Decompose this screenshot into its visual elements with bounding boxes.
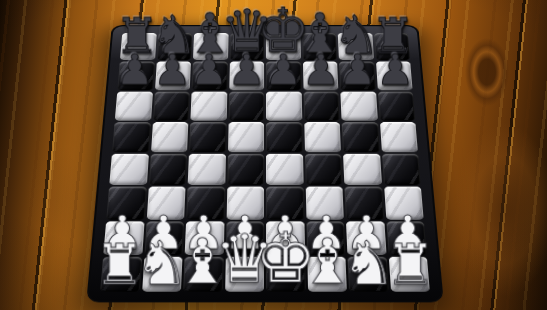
square-h1[interactable]: ♜ — [388, 257, 430, 292]
square-a1[interactable]: ♜ — [100, 257, 142, 292]
square-b5[interactable] — [151, 122, 189, 152]
square-e7[interactable]: ♟ — [266, 62, 301, 90]
square-b1[interactable]: ♞ — [142, 257, 183, 292]
square-g6[interactable] — [340, 91, 377, 120]
square-c4[interactable] — [188, 154, 226, 185]
square-f7[interactable]: ♟ — [302, 62, 338, 90]
piece-white-rook[interactable]: ♜ — [95, 238, 145, 291]
square-e6[interactable] — [266, 91, 302, 120]
square-d5[interactable] — [228, 122, 265, 152]
square-c5[interactable] — [189, 122, 226, 152]
square-g1[interactable]: ♞ — [348, 257, 389, 292]
square-f5[interactable] — [304, 122, 341, 152]
board-squares: ♜♞♝♛♚♝♞♜♟♟♟♟♟♟♟♟♟♟♟♟♟♟♟♟♜♞♝♛♚♝♞♜ — [100, 33, 430, 292]
square-f4[interactable] — [305, 154, 343, 185]
square-a7[interactable]: ♟ — [117, 62, 154, 90]
square-a4[interactable] — [109, 154, 148, 185]
square-d4[interactable] — [227, 154, 264, 185]
square-d6[interactable] — [228, 91, 264, 120]
piece-black-pawn[interactable]: ♟ — [302, 49, 340, 89]
piece-black-pawn[interactable]: ♟ — [376, 49, 414, 89]
piece-black-pawn[interactable]: ♟ — [227, 49, 265, 89]
square-b4[interactable] — [148, 154, 187, 185]
piece-black-pawn[interactable]: ♟ — [265, 49, 303, 89]
square-h4[interactable] — [382, 154, 421, 185]
square-e5[interactable] — [266, 122, 303, 152]
square-h6[interactable] — [377, 91, 415, 120]
piece-black-pawn[interactable]: ♟ — [339, 49, 377, 89]
square-c6[interactable] — [190, 91, 226, 120]
square-e4[interactable] — [266, 154, 303, 185]
square-g5[interactable] — [342, 122, 380, 152]
square-c1[interactable]: ♝ — [183, 257, 223, 292]
chess-board[interactable]: ♜♞♝♛♚♝♞♜♟♟♟♟♟♟♟♟♟♟♟♟♟♟♟♟♜♞♝♛♚♝♞♜ — [86, 25, 444, 302]
piece-black-pawn[interactable]: ♟ — [153, 49, 191, 89]
square-a6[interactable] — [115, 91, 153, 120]
piece-black-pawn[interactable]: ♟ — [116, 49, 154, 89]
square-b6[interactable] — [153, 91, 190, 120]
square-h5[interactable] — [379, 122, 417, 152]
square-f6[interactable] — [303, 91, 339, 120]
square-c7[interactable]: ♟ — [192, 62, 228, 90]
game-screen: ♜♞♝♛♚♝♞♜♟♟♟♟♟♟♟♟♟♟♟♟♟♟♟♟♜♞♝♛♚♝♞♜ — [0, 0, 547, 310]
square-g7[interactable]: ♟ — [339, 62, 375, 90]
square-h7[interactable]: ♟ — [376, 62, 413, 90]
piece-black-pawn[interactable]: ♟ — [190, 49, 228, 89]
square-b7[interactable]: ♟ — [155, 62, 191, 90]
square-d7[interactable]: ♟ — [229, 62, 264, 90]
square-g4[interactable] — [343, 154, 382, 185]
square-a5[interactable] — [112, 122, 150, 152]
piece-white-rook[interactable]: ♜ — [385, 238, 435, 291]
